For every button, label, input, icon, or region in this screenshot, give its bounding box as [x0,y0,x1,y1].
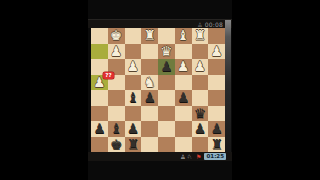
square-e1[interactable]: ♜ [141,28,158,44]
square-h2[interactable] [91,44,108,60]
piece-white-b3: ♟ [194,59,206,75]
piece-white-e4: ♞ [144,75,156,91]
square-a3[interactable] [208,59,225,75]
square-e4[interactable]: ♞ [141,75,158,91]
square-b8[interactable] [192,137,209,153]
square-d8[interactable] [158,137,175,153]
video-frame: ♙ 00:08 ?? ♚♜♝♜♟♛♟♟♟♟♟♟♞♝♟♟♛♟♝♟♟♟♚♜♜ ♙♘ … [0,0,320,180]
square-d5[interactable] [158,90,175,106]
piece-white-c3: ♟ [177,59,189,75]
flag-icon: ⚑ [196,152,201,161]
square-b1[interactable]: ♜ [192,28,209,44]
square-h5[interactable] [91,90,108,106]
square-b6[interactable]: ♛ [192,106,209,122]
square-a6[interactable] [208,106,225,122]
piece-white-d2: ♛ [160,44,172,60]
piece-black-f8: ♜ [127,137,139,153]
square-f2[interactable] [125,44,142,60]
piece-white-b1: ♜ [194,28,206,44]
piece-black-b6: ♛ [194,106,206,122]
square-d6[interactable] [158,106,175,122]
square-e5[interactable]: ♟ [141,90,158,106]
captured-pieces: ♙♘ [180,152,193,161]
piece-black-c5: ♟ [177,90,189,106]
piece-white-g2: ♟ [110,44,122,60]
square-d4[interactable] [158,75,175,91]
square-c4[interactable] [175,75,192,91]
opponent-bar: ♙ 00:08 [88,19,232,28]
square-a5[interactable] [208,90,225,106]
square-f1[interactable] [125,28,142,44]
piece-black-g7: ♝ [110,121,122,137]
square-h6[interactable] [91,106,108,122]
chess-app-window: ♙ 00:08 ?? ♚♜♝♜♟♛♟♟♟♟♟♟♞♝♟♟♛♟♝♟♟♟♚♜♜ ♙♘ … [88,0,232,180]
square-e2[interactable] [141,44,158,60]
square-c8[interactable] [175,137,192,153]
piece-white-g1: ♚ [110,28,122,44]
square-g8[interactable]: ♚ [108,137,125,153]
square-f3[interactable]: ♟ [125,59,142,75]
piece-black-e5: ♟ [144,90,156,106]
square-d2[interactable]: ♛ [158,44,175,60]
square-c6[interactable] [175,106,192,122]
square-g6[interactable] [108,106,125,122]
square-c7[interactable] [175,121,192,137]
player-bar: ♙♘ ⚑ 01:25 [88,152,232,161]
piece-black-f7: ♟ [127,121,139,137]
piece-white-e1: ♜ [144,28,156,44]
right-scrollbar [225,20,231,160]
chess-board[interactable]: ?? ♚♜♝♜♟♛♟♟♟♟♟♟♞♝♟♟♛♟♝♟♟♟♚♜♜ [91,28,225,152]
move-annotation-badge: ?? [103,72,114,79]
square-e6[interactable] [141,106,158,122]
square-g1[interactable]: ♚ [108,28,125,44]
piece-black-h7: ♟ [93,121,105,137]
piece-black-b7: ♟ [194,121,206,137]
square-d3[interactable]: ♟ [158,59,175,75]
square-d7[interactable] [158,121,175,137]
piece-white-a2: ♟ [211,44,223,60]
piece-black-d3: ♟ [160,59,172,75]
square-a7[interactable]: ♟ [208,121,225,137]
square-f7[interactable]: ♟ [125,121,142,137]
square-h7[interactable]: ♟ [91,121,108,137]
letterbox-right [232,0,320,180]
square-h1[interactable] [91,28,108,44]
piece-white-f3: ♟ [127,59,139,75]
square-a1[interactable] [208,28,225,44]
square-b4[interactable] [192,75,209,91]
square-g2[interactable]: ♟ [108,44,125,60]
square-h8[interactable] [91,137,108,153]
piece-black-a7: ♟ [211,121,223,137]
letterbox-left [0,0,88,180]
square-b5[interactable] [192,90,209,106]
square-f8[interactable]: ♜ [125,137,142,153]
square-a2[interactable]: ♟ [208,44,225,60]
piece-black-g8: ♚ [110,137,122,153]
square-c3[interactable]: ♟ [175,59,192,75]
piece-black-f5: ♝ [127,90,139,106]
square-c2[interactable] [175,44,192,60]
square-d1[interactable] [158,28,175,44]
square-a4[interactable] [208,75,225,91]
player-clock: 01:25 [204,153,226,161]
square-e8[interactable] [141,137,158,153]
square-b3[interactable]: ♟ [192,59,209,75]
square-e3[interactable] [141,59,158,75]
square-c1[interactable]: ♝ [175,28,192,44]
piece-white-c1: ♝ [177,28,189,44]
square-c5[interactable]: ♟ [175,90,192,106]
square-e7[interactable] [141,121,158,137]
square-f5[interactable]: ♝ [125,90,142,106]
square-b7[interactable]: ♟ [192,121,209,137]
square-f6[interactable] [125,106,142,122]
square-b2[interactable] [192,44,209,60]
square-g7[interactable]: ♝ [108,121,125,137]
square-f4[interactable] [125,75,142,91]
square-g5[interactable] [108,90,125,106]
square-a8[interactable]: ♜ [208,137,225,153]
piece-black-a8: ♜ [211,137,223,153]
